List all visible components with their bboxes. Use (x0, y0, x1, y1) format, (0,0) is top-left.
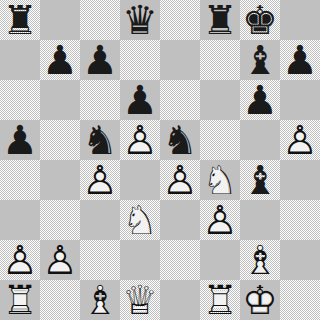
square-h7[interactable]: ♟ (280, 40, 320, 80)
square-e5[interactable]: ♞ (160, 120, 200, 160)
square-b3[interactable] (40, 200, 80, 240)
square-b5[interactable] (40, 120, 80, 160)
black-king-icon[interactable]: ♚ (240, 0, 280, 40)
square-f4[interactable]: ♞♘ (200, 160, 240, 200)
white-rook-icon[interactable]: ♜♖ (0, 280, 40, 320)
white-pawn-icon[interactable]: ♟♙ (280, 120, 320, 160)
square-c1[interactable]: ♝♗ (80, 280, 120, 320)
black-piece-fill-layer: ♟ (280, 40, 320, 80)
square-g4[interactable]: ♝ (240, 160, 280, 200)
square-f5[interactable] (200, 120, 240, 160)
white-queen-icon[interactable]: ♛♕ (120, 280, 160, 320)
black-piece-fill-layer: ♝ (240, 40, 280, 80)
black-pawn-icon[interactable]: ♟ (0, 120, 40, 160)
black-piece-fill-layer: ♝ (240, 160, 280, 200)
square-e8[interactable] (160, 0, 200, 40)
black-pawn-icon[interactable]: ♟ (80, 40, 120, 80)
square-d2[interactable] (120, 240, 160, 280)
square-g2[interactable]: ♝♗ (240, 240, 280, 280)
white-piece-outline-layer: ♔ (240, 280, 280, 320)
black-piece-fill-layer: ♞ (80, 120, 120, 160)
white-piece-outline-layer: ♙ (160, 160, 200, 200)
black-knight-icon[interactable]: ♞ (80, 120, 120, 160)
square-c6[interactable] (80, 80, 120, 120)
square-g3[interactable] (240, 200, 280, 240)
square-c3[interactable] (80, 200, 120, 240)
square-g6[interactable]: ♟ (240, 80, 280, 120)
square-a1[interactable]: ♜♖ (0, 280, 40, 320)
white-king-icon[interactable]: ♚♔ (240, 280, 280, 320)
chess-board: ♜♛♜♚♟♟♝♟♟♟♟♞♟♙♞♟♙♟♙♟♙♞♘♝♞♘♟♙♟♙♟♙♝♗♜♖♝♗♛♕… (0, 0, 320, 320)
square-e3[interactable] (160, 200, 200, 240)
white-piece-outline-layer: ♙ (0, 240, 40, 280)
white-rook-icon[interactable]: ♜♖ (200, 280, 240, 320)
black-piece-fill-layer: ♟ (120, 80, 160, 120)
white-pawn-icon[interactable]: ♟♙ (200, 200, 240, 240)
square-d6[interactable]: ♟ (120, 80, 160, 120)
black-piece-fill-layer: ♟ (40, 40, 80, 80)
black-bishop-icon[interactable]: ♝ (240, 40, 280, 80)
square-c2[interactable] (80, 240, 120, 280)
black-piece-fill-layer: ♜ (200, 0, 240, 40)
square-e2[interactable] (160, 240, 200, 280)
square-f1[interactable]: ♜♖ (200, 280, 240, 320)
square-g8[interactable]: ♚ (240, 0, 280, 40)
white-bishop-icon[interactable]: ♝♗ (240, 240, 280, 280)
square-a8[interactable]: ♜ (0, 0, 40, 40)
white-piece-outline-layer: ♖ (200, 280, 240, 320)
white-piece-outline-layer: ♙ (280, 120, 320, 160)
white-piece-outline-layer: ♙ (40, 240, 80, 280)
white-piece-outline-layer: ♗ (240, 240, 280, 280)
square-c7[interactable]: ♟ (80, 40, 120, 80)
black-bishop-icon[interactable]: ♝ (240, 160, 280, 200)
black-piece-fill-layer: ♞ (160, 120, 200, 160)
square-b2[interactable]: ♟♙ (40, 240, 80, 280)
square-b4[interactable] (40, 160, 80, 200)
square-d4[interactable] (120, 160, 160, 200)
square-h1[interactable] (280, 280, 320, 320)
white-pawn-icon[interactable]: ♟♙ (120, 120, 160, 160)
black-pawn-icon[interactable]: ♟ (120, 80, 160, 120)
square-a7[interactable] (0, 40, 40, 80)
black-pawn-icon[interactable]: ♟ (240, 80, 280, 120)
square-h6[interactable] (280, 80, 320, 120)
square-d7[interactable] (120, 40, 160, 80)
square-d8[interactable]: ♛ (120, 0, 160, 40)
square-c8[interactable] (80, 0, 120, 40)
white-knight-icon[interactable]: ♞♘ (120, 200, 160, 240)
square-h8[interactable] (280, 0, 320, 40)
black-pawn-icon[interactable]: ♟ (40, 40, 80, 80)
white-pawn-icon[interactable]: ♟♙ (80, 160, 120, 200)
square-a4[interactable] (0, 160, 40, 200)
white-piece-outline-layer: ♕ (120, 280, 160, 320)
square-a3[interactable] (0, 200, 40, 240)
square-e7[interactable] (160, 40, 200, 80)
black-piece-fill-layer: ♟ (80, 40, 120, 80)
square-b6[interactable] (40, 80, 80, 120)
white-pawn-icon[interactable]: ♟♙ (40, 240, 80, 280)
square-e6[interactable] (160, 80, 200, 120)
black-piece-fill-layer: ♟ (240, 80, 280, 120)
black-piece-fill-layer: ♛ (120, 0, 160, 40)
square-f2[interactable] (200, 240, 240, 280)
square-f6[interactable] (200, 80, 240, 120)
square-a5[interactable]: ♟ (0, 120, 40, 160)
square-g5[interactable] (240, 120, 280, 160)
white-piece-outline-layer: ♘ (120, 200, 160, 240)
black-piece-fill-layer: ♜ (0, 0, 40, 40)
square-e1[interactable] (160, 280, 200, 320)
square-b8[interactable] (40, 0, 80, 40)
square-d3[interactable]: ♞♘ (120, 200, 160, 240)
black-piece-fill-layer: ♚ (240, 0, 280, 40)
white-pawn-icon[interactable]: ♟♙ (0, 240, 40, 280)
black-knight-icon[interactable]: ♞ (160, 120, 200, 160)
white-knight-icon[interactable]: ♞♘ (200, 160, 240, 200)
white-piece-outline-layer: ♙ (120, 120, 160, 160)
white-piece-outline-layer: ♖ (0, 280, 40, 320)
black-piece-fill-layer: ♟ (0, 120, 40, 160)
square-h2[interactable] (280, 240, 320, 280)
square-h5[interactable]: ♟♙ (280, 120, 320, 160)
square-b1[interactable] (40, 280, 80, 320)
square-c5[interactable]: ♞ (80, 120, 120, 160)
square-f7[interactable] (200, 40, 240, 80)
black-rook-icon[interactable]: ♜ (200, 0, 240, 40)
square-c4[interactable]: ♟♙ (80, 160, 120, 200)
square-e4[interactable]: ♟♙ (160, 160, 200, 200)
square-f3[interactable]: ♟♙ (200, 200, 240, 240)
white-piece-outline-layer: ♙ (200, 200, 240, 240)
square-a6[interactable] (0, 80, 40, 120)
square-d5[interactable]: ♟♙ (120, 120, 160, 160)
white-piece-outline-layer: ♙ (80, 160, 120, 200)
white-pawn-icon[interactable]: ♟♙ (160, 160, 200, 200)
square-h4[interactable] (280, 160, 320, 200)
white-piece-outline-layer: ♗ (80, 280, 120, 320)
square-b7[interactable]: ♟ (40, 40, 80, 80)
square-a2[interactable]: ♟♙ (0, 240, 40, 280)
square-g7[interactable]: ♝ (240, 40, 280, 80)
square-d1[interactable]: ♛♕ (120, 280, 160, 320)
black-rook-icon[interactable]: ♜ (0, 0, 40, 40)
black-pawn-icon[interactable]: ♟ (280, 40, 320, 80)
white-piece-outline-layer: ♘ (200, 160, 240, 200)
square-h3[interactable] (280, 200, 320, 240)
square-g1[interactable]: ♚♔ (240, 280, 280, 320)
square-f8[interactable]: ♜ (200, 0, 240, 40)
black-queen-icon[interactable]: ♛ (120, 0, 160, 40)
white-bishop-icon[interactable]: ♝♗ (80, 280, 120, 320)
